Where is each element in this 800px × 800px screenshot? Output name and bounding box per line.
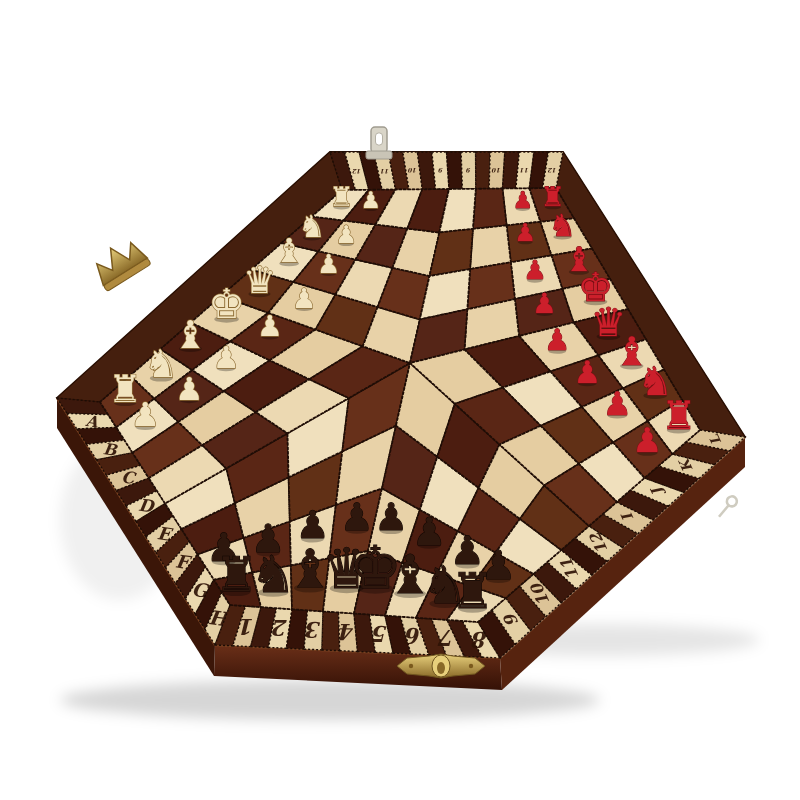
coordinate-label: 10 <box>408 167 417 174</box>
coordinate-label: 11 <box>381 168 390 175</box>
white-bishop[interactable]: ♝ <box>274 231 304 270</box>
white-pawn[interactable]: ♟ <box>131 395 161 434</box>
red-pawn[interactable]: ♟ <box>573 354 601 390</box>
coordinate-label: 9 <box>438 167 443 174</box>
hook-latch-right <box>715 494 739 520</box>
border-cell <box>447 152 463 189</box>
white-queen[interactable]: ♛ <box>243 259 276 302</box>
coordinate-label: 12 <box>352 168 361 175</box>
red-knight[interactable]: ♞ <box>549 208 576 243</box>
coordinate-label: 11 <box>520 167 529 174</box>
white-pawn[interactable]: ♟ <box>292 282 317 314</box>
dark-knight[interactable]: ♞ <box>250 545 296 604</box>
red-pawn[interactable]: ♟ <box>544 323 570 357</box>
white-pawn[interactable]: ♟ <box>213 340 240 375</box>
dark-rook[interactable]: ♜ <box>451 563 495 619</box>
border-cell <box>476 152 491 189</box>
three-player-chess-board: ABCDEFGH123456789101112IJKL1211109910111… <box>0 0 800 800</box>
red-pawn[interactable]: ♟ <box>523 255 546 285</box>
white-rook[interactable]: ♜ <box>329 181 353 212</box>
metal-latch-top <box>366 127 392 159</box>
red-pawn[interactable]: ♟ <box>512 187 533 213</box>
white-pawn[interactable]: ♟ <box>175 371 203 407</box>
coordinate-label: 12 <box>548 167 557 174</box>
edge-top: 12111099101112 <box>330 152 563 190</box>
white-pawn[interactable]: ♟ <box>361 187 382 213</box>
red-pawn[interactable]: ♟ <box>603 385 632 423</box>
coordinate-label: 5 <box>371 621 388 646</box>
white-pawn[interactable]: ♟ <box>335 220 357 249</box>
photo-canvas: ABCDEFGH123456789101112IJKL1211109910111… <box>0 0 800 800</box>
coordinate-label: 10 <box>492 167 501 174</box>
red-pawn[interactable]: ♟ <box>532 287 557 320</box>
white-king[interactable]: ♚ <box>208 280 245 328</box>
square[interactable] <box>473 189 507 229</box>
coordinate-label: 2 <box>271 615 288 640</box>
square[interactable] <box>470 225 511 269</box>
white-pawn[interactable]: ♟ <box>317 249 340 279</box>
coordinate-label: 1 <box>240 614 255 639</box>
coordinate-label: 4 <box>339 619 355 644</box>
brass-clasp-front <box>397 654 485 678</box>
red-pawn[interactable]: ♟ <box>632 420 663 460</box>
red-rook[interactable]: ♜ <box>661 393 696 438</box>
red-pawn[interactable]: ♟ <box>514 218 536 247</box>
border-cell <box>322 611 340 650</box>
crown-latch-left <box>89 234 152 291</box>
coordinate-label: 9 <box>466 167 471 174</box>
white-knight[interactable]: ♞ <box>144 341 179 386</box>
white-pawn[interactable]: ♟ <box>257 309 283 343</box>
coordinate-label: 3 <box>305 617 322 642</box>
